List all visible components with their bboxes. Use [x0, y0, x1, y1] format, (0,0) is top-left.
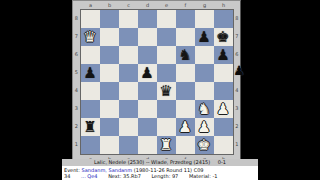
- coord-label: 8: [234, 9, 241, 27]
- coord-label: 7: [234, 27, 241, 45]
- square-a4[interactable]: [81, 82, 100, 100]
- coord-label: 3: [234, 99, 241, 117]
- square-c6[interactable]: [119, 46, 138, 64]
- square-h2[interactable]: [214, 118, 233, 136]
- black-pawn[interactable]: ♟: [83, 64, 96, 82]
- square-d6[interactable]: [138, 46, 157, 64]
- square-d5[interactable]: ♟: [138, 64, 157, 82]
- square-g8[interactable]: [195, 10, 214, 28]
- square-c4[interactable]: [119, 82, 138, 100]
- white-pawn[interactable]: ♟: [216, 100, 229, 118]
- square-e2[interactable]: [157, 118, 176, 136]
- square-h6[interactable]: ♟: [214, 46, 233, 64]
- square-g4[interactable]: [195, 82, 214, 100]
- square-g2[interactable]: ♟: [195, 118, 214, 136]
- square-b7[interactable]: [100, 28, 119, 46]
- square-e5[interactable]: [157, 64, 176, 82]
- square-h7[interactable]: ♚: [214, 28, 233, 46]
- coord-label: b: [100, 1, 119, 9]
- square-a5[interactable]: ♟: [81, 64, 100, 82]
- square-e7[interactable]: [157, 28, 176, 46]
- coord-label: 1: [234, 135, 241, 153]
- square-c1[interactable]: [119, 136, 138, 154]
- caption-panel: Event: Sandanm, Sandanm (1980-11-26 Roun…: [62, 166, 258, 180]
- square-d2[interactable]: [138, 118, 157, 136]
- players-line: Lalic, Nedele (2530) -- Wlade, Przedteg …: [62, 159, 258, 166]
- square-h5[interactable]: [214, 64, 233, 82]
- square-d7[interactable]: [138, 28, 157, 46]
- square-a8[interactable]: [81, 10, 100, 28]
- stats-line: 34 ... Qe4 Next: 35.Rb7 Length: 97 Mater…: [64, 173, 256, 179]
- coord-label: a: [81, 1, 100, 9]
- square-c3[interactable]: [119, 100, 138, 118]
- square-e8[interactable]: [157, 10, 176, 28]
- black-rook[interactable]: ♜: [83, 118, 96, 136]
- square-a6[interactable]: [81, 46, 100, 64]
- square-a3[interactable]: [81, 100, 100, 118]
- square-f3[interactable]: [176, 100, 195, 118]
- square-c8[interactable]: [119, 10, 138, 28]
- last-move[interactable]: ... Qe4: [81, 173, 98, 179]
- white-king[interactable]: ♚: [197, 136, 210, 154]
- square-f5[interactable]: [176, 64, 195, 82]
- square-b3[interactable]: [100, 100, 119, 118]
- white-player-name: Lalic, Nedele (2530): [94, 159, 144, 165]
- file-labels-top: abcdefgh: [81, 1, 240, 9]
- square-c7[interactable]: [119, 28, 138, 46]
- coord-label: h: [214, 1, 233, 9]
- square-d3[interactable]: [138, 100, 157, 118]
- coord-label: 2: [234, 117, 241, 135]
- square-a2[interactable]: ♜: [81, 118, 100, 136]
- square-c5[interactable]: [119, 64, 138, 82]
- material-info: Material: -1: [189, 173, 218, 179]
- square-f6[interactable]: ♞: [176, 46, 195, 64]
- square-d1[interactable]: [138, 136, 157, 154]
- white-pawn[interactable]: ♟: [178, 118, 191, 136]
- square-h3[interactable]: ♟: [214, 100, 233, 118]
- square-h1[interactable]: [214, 136, 233, 154]
- white-knight[interactable]: ♞: [197, 100, 210, 118]
- players-separator: --: [146, 159, 150, 165]
- square-g6[interactable]: [195, 46, 214, 64]
- white-rook[interactable]: ♜: [159, 136, 172, 154]
- coord-label: e: [157, 1, 176, 9]
- square-f7[interactable]: [176, 28, 195, 46]
- square-e1[interactable]: ♜: [157, 136, 176, 154]
- square-d8[interactable]: [138, 10, 157, 28]
- rank-labels-right: 87654321: [234, 9, 241, 155]
- black-pawn[interactable]: ♟: [216, 46, 229, 64]
- length-info: Length: 97: [151, 173, 178, 179]
- next-move-info: Next: 35.Rb7: [108, 173, 141, 179]
- square-b6[interactable]: [100, 46, 119, 64]
- black-knight[interactable]: ♞: [178, 46, 191, 64]
- black-pawn[interactable]: ♟: [140, 64, 153, 82]
- black-pawn-icon: ♟: [233, 63, 245, 78]
- coord-label: 6: [234, 45, 241, 63]
- square-a7[interactable]: ♛: [81, 28, 100, 46]
- chess-board[interactable]: ♛♟♚♞♟♟♟♛♞♟♜♟♟♜♚: [80, 9, 234, 155]
- material-indicator: ♟: [232, 62, 246, 78]
- video-frame: abcdefgh 87654321 ♛♟♚♞♟♟♟♛♞♟♜♟♟♜♚ 876543…: [0, 0, 320, 180]
- square-e4[interactable]: ♛: [157, 82, 176, 100]
- letterbox-canvas: { "game": "chess", "position": { "fen": …: [0, 0, 320, 180]
- black-player-name: Wlade, Przedteg (2415): [151, 159, 210, 165]
- square-e6[interactable]: [157, 46, 176, 64]
- coord-label: 4: [234, 81, 241, 99]
- square-b8[interactable]: [100, 10, 119, 28]
- coord-label: f: [176, 1, 195, 9]
- square-g5[interactable]: [195, 64, 214, 82]
- square-h4[interactable]: [214, 82, 233, 100]
- square-h8[interactable]: [214, 10, 233, 28]
- square-d4[interactable]: [138, 82, 157, 100]
- coord-label: d: [138, 1, 157, 9]
- coord-label: c: [119, 1, 138, 9]
- square-c2[interactable]: [119, 118, 138, 136]
- square-f2[interactable]: ♟: [176, 118, 195, 136]
- black-pawn[interactable]: ♟: [197, 28, 210, 46]
- square-e3[interactable]: [157, 100, 176, 118]
- move-number: 34: [64, 173, 70, 179]
- white-pawn[interactable]: ♟: [197, 118, 210, 136]
- square-f4[interactable]: [176, 82, 195, 100]
- coord-label: g: [195, 1, 214, 9]
- black-queen[interactable]: ♛: [159, 82, 172, 100]
- game-caption: Lalic, Nedele (2530) -- Wlade, Przedteg …: [62, 159, 258, 180]
- square-g3[interactable]: ♞: [195, 100, 214, 118]
- square-a1[interactable]: [81, 136, 100, 154]
- square-g1[interactable]: ♚: [195, 136, 214, 154]
- chess-board-frame: abcdefgh 87654321 ♛♟♚♞♟♟♟♛♞♟♜♟♟♜♚ 876543…: [72, 0, 241, 160]
- square-f1[interactable]: [176, 136, 195, 154]
- square-b1[interactable]: [100, 136, 119, 154]
- square-g7[interactable]: ♟: [195, 28, 214, 46]
- white-queen[interactable]: ♛: [83, 28, 96, 46]
- square-b4[interactable]: [100, 82, 119, 100]
- game-result: 0-1: [218, 159, 226, 165]
- square-b2[interactable]: [100, 118, 119, 136]
- square-f8[interactable]: [176, 10, 195, 28]
- square-b5[interactable]: [100, 64, 119, 82]
- black-king[interactable]: ♚: [216, 28, 229, 46]
